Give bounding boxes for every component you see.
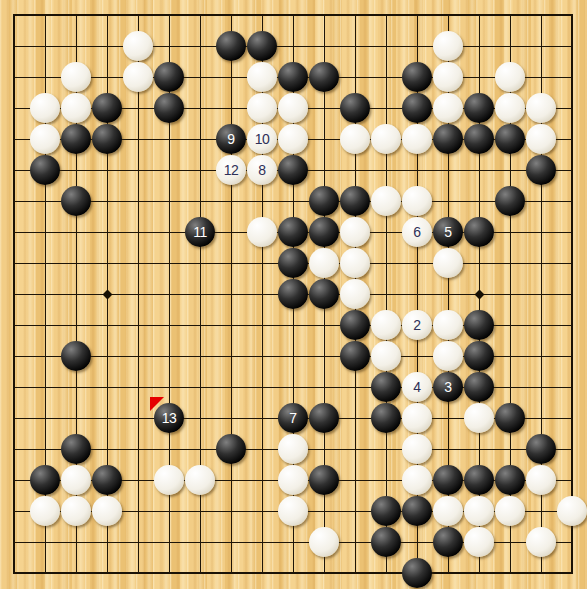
stone-white[interactable]: [247, 93, 277, 123]
stone-white[interactable]: [340, 124, 370, 154]
stone-white[interactable]: [340, 217, 370, 247]
stone-white[interactable]: [247, 217, 277, 247]
stone-white[interactable]: 2: [402, 310, 432, 340]
stone-white[interactable]: [278, 93, 308, 123]
stone-white[interactable]: [371, 186, 401, 216]
grid-vline: [386, 15, 387, 573]
stone-black[interactable]: [526, 434, 556, 464]
stone-black[interactable]: [402, 93, 432, 123]
stone-white[interactable]: [371, 310, 401, 340]
stone-white[interactable]: [61, 465, 91, 495]
stone-white[interactable]: [464, 527, 494, 557]
stone-black[interactable]: [495, 465, 525, 495]
stone-black[interactable]: 5: [433, 217, 463, 247]
stone-black[interactable]: [61, 341, 91, 371]
stone-white[interactable]: [61, 62, 91, 92]
stone-white[interactable]: [402, 186, 432, 216]
stone-white[interactable]: [433, 496, 463, 526]
stone-black[interactable]: [278, 279, 308, 309]
stone-white[interactable]: [92, 496, 122, 526]
stone-black[interactable]: [216, 434, 246, 464]
stone-black[interactable]: [340, 341, 370, 371]
stone-black[interactable]: [340, 93, 370, 123]
stone-white[interactable]: [464, 496, 494, 526]
stone-white[interactable]: [30, 93, 60, 123]
stone-black[interactable]: [464, 465, 494, 495]
stone-black[interactable]: [154, 62, 184, 92]
move-number-label: 2: [402, 310, 432, 340]
move-number-label: 8: [247, 155, 277, 185]
stone-black[interactable]: [402, 558, 432, 588]
stone-black[interactable]: [402, 496, 432, 526]
stone-black[interactable]: [61, 434, 91, 464]
stone-white[interactable]: [123, 62, 153, 92]
move-number-label: 5: [433, 217, 463, 247]
stone-black[interactable]: [61, 186, 91, 216]
stone-white[interactable]: [61, 93, 91, 123]
stone-black[interactable]: [278, 155, 308, 185]
stone-white[interactable]: [154, 465, 184, 495]
stone-black[interactable]: [464, 217, 494, 247]
stone-black[interactable]: [154, 93, 184, 123]
stone-black[interactable]: [278, 62, 308, 92]
stone-black[interactable]: [340, 310, 370, 340]
stone-black[interactable]: [92, 465, 122, 495]
stone-black[interactable]: [309, 217, 339, 247]
stone-black[interactable]: [309, 186, 339, 216]
stone-white[interactable]: [340, 248, 370, 278]
stone-white[interactable]: [30, 124, 60, 154]
stone-black[interactable]: [402, 62, 432, 92]
stone-black[interactable]: [309, 403, 339, 433]
stone-black[interactable]: [309, 465, 339, 495]
stone-white[interactable]: [30, 496, 60, 526]
stone-black[interactable]: [495, 124, 525, 154]
stone-white[interactable]: [526, 465, 556, 495]
stone-white[interactable]: [402, 434, 432, 464]
stone-black[interactable]: [61, 124, 91, 154]
stone-white[interactable]: [278, 465, 308, 495]
stone-black[interactable]: [433, 465, 463, 495]
stone-black[interactable]: [247, 31, 277, 61]
move-number-label: 12: [216, 155, 246, 185]
stone-white[interactable]: [61, 496, 91, 526]
move-number-label: 3: [433, 372, 463, 402]
stone-black[interactable]: 7: [278, 403, 308, 433]
stone-white[interactable]: [185, 465, 215, 495]
stone-white[interactable]: [495, 93, 525, 123]
stone-white[interactable]: [433, 93, 463, 123]
stone-black[interactable]: [30, 155, 60, 185]
stone-white[interactable]: [278, 124, 308, 154]
move-number-label: 9: [216, 124, 246, 154]
stone-white[interactable]: [402, 403, 432, 433]
stone-white[interactable]: 6: [402, 217, 432, 247]
stone-black[interactable]: [340, 186, 370, 216]
stone-white[interactable]: [495, 496, 525, 526]
stone-black[interactable]: [92, 93, 122, 123]
stone-black[interactable]: [278, 217, 308, 247]
stone-black[interactable]: [464, 93, 494, 123]
stone-white[interactable]: [247, 62, 277, 92]
stone-black[interactable]: 9: [216, 124, 246, 154]
stone-white[interactable]: [402, 124, 432, 154]
move-number-label: 13: [154, 403, 184, 433]
stone-black[interactable]: [433, 124, 463, 154]
stone-black[interactable]: [309, 279, 339, 309]
move-number-label: 10: [247, 124, 277, 154]
stone-white[interactable]: [278, 434, 308, 464]
stone-black[interactable]: [371, 403, 401, 433]
stone-black[interactable]: 3: [433, 372, 463, 402]
stone-white[interactable]: [340, 279, 370, 309]
stone-black[interactable]: [495, 186, 525, 216]
stone-black[interactable]: [371, 527, 401, 557]
stone-black[interactable]: [433, 527, 463, 557]
stone-black[interactable]: [92, 124, 122, 154]
stone-black[interactable]: [526, 155, 556, 185]
stone-white[interactable]: [464, 403, 494, 433]
stone-black[interactable]: [495, 403, 525, 433]
stone-white[interactable]: 8: [247, 155, 277, 185]
move-number-label: 4: [402, 372, 432, 402]
stone-black[interactable]: [464, 310, 494, 340]
stone-white[interactable]: [402, 465, 432, 495]
stone-white[interactable]: 12: [216, 155, 246, 185]
stone-black[interactable]: [278, 248, 308, 278]
stone-white[interactable]: [309, 248, 339, 278]
stone-black[interactable]: [464, 372, 494, 402]
stone-black[interactable]: 11: [185, 217, 215, 247]
stone-black[interactable]: [309, 62, 339, 92]
stone-white[interactable]: 4: [402, 372, 432, 402]
stone-white[interactable]: [433, 341, 463, 371]
stone-white[interactable]: [123, 31, 153, 61]
stone-white[interactable]: [433, 62, 463, 92]
move-number-label: 7: [278, 403, 308, 433]
move-number-label: 11: [185, 217, 215, 247]
stone-white[interactable]: [309, 527, 339, 557]
stone-black[interactable]: [216, 31, 246, 61]
stone-white[interactable]: [371, 341, 401, 371]
stone-white[interactable]: [495, 62, 525, 92]
stone-white[interactable]: [526, 527, 556, 557]
go-board[interactable]: 9101281165243137: [0, 0, 587, 589]
stone-black[interactable]: [464, 341, 494, 371]
stone-white[interactable]: [371, 124, 401, 154]
stone-white[interactable]: [526, 93, 556, 123]
stone-white[interactable]: [433, 248, 463, 278]
move-number-label: 6: [402, 217, 432, 247]
stone-black[interactable]: [371, 372, 401, 402]
stone-white[interactable]: [433, 31, 463, 61]
stone-white[interactable]: [526, 124, 556, 154]
stone-white[interactable]: [278, 496, 308, 526]
stone-black[interactable]: [464, 124, 494, 154]
stone-black[interactable]: [30, 465, 60, 495]
stone-black[interactable]: 13: [154, 403, 184, 433]
stone-white[interactable]: [433, 310, 463, 340]
stone-white[interactable]: 10: [247, 124, 277, 154]
stone-black[interactable]: [371, 496, 401, 526]
stone-white[interactable]: [557, 496, 587, 526]
